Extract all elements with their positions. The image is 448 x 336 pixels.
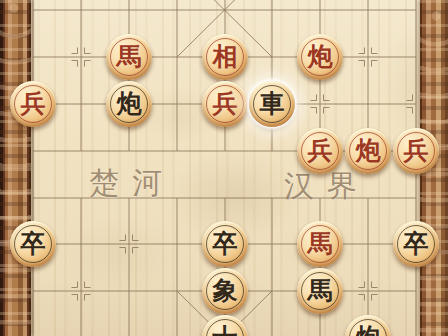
piece-black-advisor-e9[interactable]: 士 [202, 315, 248, 336]
piece-glyph: 象 [213, 278, 238, 303]
piece-black-cannon-c4[interactable]: 炮 [106, 81, 152, 127]
piece-red-cannon-h5[interactable]: 炮 [345, 128, 391, 174]
piece-black-soldier-e7[interactable]: 卒 [202, 221, 248, 267]
piece-black-soldier-a7[interactable]: 卒 [10, 221, 56, 267]
piece-black-cannon-h9[interactable]: 炮 [345, 315, 391, 336]
piece-glyph: 馬 [308, 231, 333, 256]
piece-black-chariot-f4[interactable]: 車 [249, 81, 295, 127]
piece-glyph: 炮 [308, 44, 333, 69]
piece-glyph: 炮 [356, 138, 381, 163]
pieces-layer: 馬相炮兵炮兵車兵炮兵卒卒馬卒象馬士炮 [0, 0, 448, 336]
piece-black-elephant-e8[interactable]: 象 [202, 268, 248, 314]
piece-glyph: 卒 [21, 231, 46, 256]
piece-glyph: 兵 [213, 91, 238, 116]
piece-glyph: 士 [213, 325, 238, 336]
piece-red-horse-c3[interactable]: 馬 [106, 34, 152, 80]
piece-glyph: 兵 [404, 138, 429, 163]
piece-glyph: 馬 [308, 278, 333, 303]
piece-red-soldier-e4[interactable]: 兵 [202, 81, 248, 127]
piece-black-horse-g8[interactable]: 馬 [297, 268, 343, 314]
piece-red-horse-g7[interactable]: 馬 [297, 221, 343, 267]
piece-black-soldier-i7[interactable]: 卒 [393, 221, 439, 267]
piece-glyph: 車 [260, 91, 285, 116]
piece-red-soldier-g5[interactable]: 兵 [297, 128, 343, 174]
piece-red-soldier-i5[interactable]: 兵 [393, 128, 439, 174]
piece-glyph: 兵 [21, 91, 46, 116]
piece-red-elephant-e3[interactable]: 相 [202, 34, 248, 80]
piece-red-soldier-a4[interactable]: 兵 [10, 81, 56, 127]
piece-glyph: 炮 [356, 325, 381, 336]
piece-glyph: 卒 [404, 231, 429, 256]
piece-glyph: 兵 [308, 138, 333, 163]
piece-glyph: 馬 [117, 44, 142, 69]
piece-glyph: 炮 [117, 91, 142, 116]
piece-glyph: 卒 [213, 231, 238, 256]
piece-glyph: 相 [213, 44, 238, 69]
xiangqi-board: 楚河 汉界 馬相炮兵炮兵車兵炮兵卒卒馬卒象馬士炮 [0, 0, 448, 336]
piece-red-cannon-g3[interactable]: 炮 [297, 34, 343, 80]
